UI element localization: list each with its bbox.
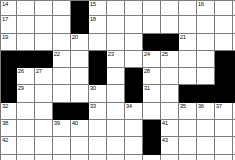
cell-r4c3-black xyxy=(35,51,53,68)
cell-r6c1-black xyxy=(1,85,17,102)
cell-r8c11[interactable] xyxy=(179,120,197,137)
cell-r1c5-black xyxy=(71,1,89,16)
cell-r7c12[interactable]: 36 xyxy=(197,103,215,120)
cell-r2c12[interactable] xyxy=(197,16,215,33)
cell-r8c5[interactable]: 40 xyxy=(71,120,89,137)
cell-r4c14-black xyxy=(233,51,235,68)
clue-number: 39 xyxy=(54,120,60,126)
clue-number: 43 xyxy=(162,137,168,143)
cell-r8c3[interactable] xyxy=(35,120,53,137)
cell-r1c2[interactable] xyxy=(17,1,35,16)
cell-r10c5[interactable] xyxy=(71,155,89,160)
clue-number: 15 xyxy=(90,1,96,7)
cell-r10c13[interactable] xyxy=(215,155,233,160)
cell-r7c10[interactable] xyxy=(161,103,179,120)
cell-r7c14[interactable] xyxy=(233,103,235,120)
cell-r8c14[interactable] xyxy=(233,120,235,137)
cell-r4c10[interactable]: 25 xyxy=(161,51,179,68)
clue-number: 38 xyxy=(2,120,8,126)
cell-r2c2[interactable] xyxy=(17,16,35,33)
cell-r7c3[interactable] xyxy=(35,103,53,120)
cell-r8c1[interactable]: 38 xyxy=(1,120,17,137)
cell-r9c3[interactable] xyxy=(35,137,53,154)
cell-r2c4[interactable] xyxy=(53,16,71,33)
cell-r2c11[interactable] xyxy=(179,16,197,33)
cell-r9c10[interactable]: 43 xyxy=(161,137,179,154)
cell-r1c4[interactable] xyxy=(53,1,71,16)
cell-r2c5-black xyxy=(71,16,89,33)
cell-r5c14-black xyxy=(233,68,235,85)
cell-r1c1[interactable]: 14 xyxy=(1,1,17,16)
cell-r10c2[interactable] xyxy=(17,155,35,160)
cell-r7c1[interactable]: 32 xyxy=(1,103,17,120)
cell-r5c2[interactable]: 26 xyxy=(17,68,35,85)
clue-number: 27 xyxy=(36,68,42,74)
cell-r7c13[interactable]: 37 xyxy=(215,103,233,120)
cell-r3c12[interactable] xyxy=(197,34,215,51)
clue-number: 28 xyxy=(144,68,150,74)
cell-r7c11[interactable]: 35 xyxy=(179,103,197,120)
cell-r3c1[interactable]: 19 xyxy=(1,34,17,51)
cell-r1c10[interactable] xyxy=(161,1,179,16)
clue-number: 23 xyxy=(108,51,114,57)
cell-r6c9[interactable]: 31 xyxy=(143,85,161,102)
cell-r4c7[interactable]: 23 xyxy=(107,51,125,68)
cell-r1c14[interactable] xyxy=(233,1,235,16)
cell-r3c13[interactable] xyxy=(215,34,233,51)
cell-r2c14[interactable] xyxy=(233,16,235,33)
cell-r8c10[interactable]: 41 xyxy=(161,120,179,137)
cell-r1c6[interactable]: 15 xyxy=(89,1,107,16)
clue-number: 14 xyxy=(2,1,8,7)
cell-r3c14[interactable] xyxy=(233,34,235,51)
cell-r9c1[interactable]: 42 xyxy=(1,137,17,154)
cell-r6c5[interactable] xyxy=(71,85,89,102)
cell-r6c4[interactable] xyxy=(53,85,71,102)
cell-r9c6[interactable] xyxy=(89,137,107,154)
cell-r2c8[interactable] xyxy=(125,16,143,33)
cell-r9c4[interactable] xyxy=(53,137,71,154)
cell-r10c9[interactable] xyxy=(143,155,161,160)
cell-r10c6[interactable] xyxy=(89,155,107,160)
clue-number: 33 xyxy=(90,103,96,109)
cell-r10c11[interactable] xyxy=(179,155,197,160)
cell-r6c7[interactable] xyxy=(107,85,125,102)
cell-r3c4[interactable] xyxy=(53,34,71,51)
cell-r4c1-black xyxy=(1,51,17,68)
cell-r10c4[interactable] xyxy=(53,155,71,160)
cell-r6c13-black xyxy=(215,85,233,102)
cell-r7c5-black xyxy=(71,103,89,120)
cell-r8c13[interactable] xyxy=(215,120,233,137)
clue-number: 18 xyxy=(90,16,96,22)
cell-r5c10[interactable] xyxy=(161,68,179,85)
cell-r4c2-black xyxy=(17,51,35,68)
clue-number: 24 xyxy=(144,51,150,57)
cell-r9c11[interactable] xyxy=(179,137,197,154)
cell-r4c12[interactable] xyxy=(197,51,215,68)
clue-number: 42 xyxy=(2,137,8,143)
clue-number: 32 xyxy=(2,103,8,109)
clue-number: 21 xyxy=(180,34,186,40)
cell-r4c13-black xyxy=(215,51,233,68)
clue-number: 16 xyxy=(198,1,204,7)
cell-r8c4[interactable]: 39 xyxy=(53,120,71,137)
cell-r9c7[interactable] xyxy=(107,137,125,154)
cell-r6c10[interactable] xyxy=(161,85,179,102)
cell-r9c5[interactable] xyxy=(71,137,89,154)
cell-r10c8[interactable] xyxy=(125,155,143,160)
cell-r2c6[interactable]: 18 xyxy=(89,16,107,33)
cell-r3c2[interactable] xyxy=(17,34,35,51)
cell-r4c6-black xyxy=(89,51,107,68)
cell-r8c12[interactable] xyxy=(197,120,215,137)
cell-r1c7[interactable] xyxy=(107,1,125,16)
clue-number: 40 xyxy=(72,120,78,126)
clue-number: 41 xyxy=(162,120,168,126)
cell-r5c3[interactable]: 27 xyxy=(35,68,53,85)
cell-r1c12[interactable]: 16 xyxy=(197,1,215,16)
cell-r5c5[interactable] xyxy=(71,68,89,85)
cell-r5c1-black xyxy=(1,68,17,85)
cell-r9c2[interactable] xyxy=(17,137,35,154)
cell-r8c2[interactable] xyxy=(17,120,35,137)
cell-r1c9[interactable] xyxy=(143,1,161,16)
cell-r8c8[interactable] xyxy=(125,120,143,137)
cell-r9c8[interactable] xyxy=(125,137,143,154)
cell-r2c9[interactable] xyxy=(143,16,161,33)
cell-r8c9-black xyxy=(143,120,161,137)
cell-r3c9-black xyxy=(143,34,161,51)
cell-r2c7[interactable] xyxy=(107,16,125,33)
cell-r4c8[interactable] xyxy=(125,51,143,68)
cell-r1c3[interactable] xyxy=(35,1,53,16)
cell-r9c14[interactable] xyxy=(233,137,235,154)
cell-r5c12[interactable] xyxy=(197,68,215,85)
cell-r6c8-black xyxy=(125,85,143,102)
cell-r10c1[interactable] xyxy=(1,155,17,160)
cell-r5c8-black xyxy=(125,68,143,85)
cell-r9c12[interactable] xyxy=(197,137,215,154)
cell-r9c13[interactable] xyxy=(215,137,233,154)
cell-r2c1[interactable]: 17 xyxy=(1,16,17,33)
cell-r3c8[interactable] xyxy=(125,34,143,51)
cell-r7c6[interactable]: 33 xyxy=(89,103,107,120)
cell-r3c7[interactable] xyxy=(107,34,125,51)
cell-r2c10[interactable] xyxy=(161,16,179,33)
cell-r7c2[interactable] xyxy=(17,103,35,120)
cell-r2c13[interactable] xyxy=(215,16,233,33)
cell-r3c10-black xyxy=(161,34,179,51)
cell-r7c9[interactable] xyxy=(143,103,161,120)
clue-number: 35 xyxy=(180,103,186,109)
clue-number: 36 xyxy=(198,103,204,109)
cell-r6c12-black xyxy=(197,85,215,102)
cell-r5c6-black xyxy=(89,68,107,85)
cell-r10c10[interactable] xyxy=(161,155,179,160)
cell-r6c6[interactable]: 30 xyxy=(89,85,107,102)
cell-r6c14-black xyxy=(233,85,235,102)
clue-number: 26 xyxy=(18,68,24,74)
clue-number: 19 xyxy=(2,34,8,40)
cell-r8c7[interactable] xyxy=(107,120,125,137)
cell-r1c11[interactable] xyxy=(179,1,197,16)
cell-r2c3[interactable] xyxy=(35,16,53,33)
cell-r6c2[interactable]: 29 xyxy=(17,85,35,102)
cell-r10c14[interactable] xyxy=(233,155,235,160)
cell-r7c4-black xyxy=(53,103,71,120)
clue-number: 37 xyxy=(216,103,222,109)
clue-number: 17 xyxy=(2,16,8,22)
cell-r3c5[interactable]: 20 xyxy=(71,34,89,51)
cell-r5c13-black xyxy=(215,68,233,85)
cell-r4c5[interactable] xyxy=(71,51,89,68)
clue-number: 25 xyxy=(162,51,168,57)
clue-number: 34 xyxy=(126,103,132,109)
clue-number: 29 xyxy=(18,85,24,91)
cell-r10c3[interactable] xyxy=(35,155,53,160)
cell-r3c11[interactable]: 21 xyxy=(179,34,197,51)
cell-r3c3[interactable] xyxy=(35,34,53,51)
cell-r5c7[interactable] xyxy=(107,68,125,85)
cell-r5c4[interactable] xyxy=(53,68,71,85)
cell-r6c3[interactable] xyxy=(35,85,53,102)
cell-r8c6[interactable] xyxy=(89,120,107,137)
cell-r5c11[interactable] xyxy=(179,68,197,85)
cell-r4c11[interactable] xyxy=(179,51,197,68)
cell-r4c9[interactable]: 24 xyxy=(143,51,161,68)
cell-r6c11-black xyxy=(179,85,197,102)
cell-r9c9-black xyxy=(143,137,161,154)
cell-r4c4[interactable]: 22 xyxy=(53,51,71,68)
cell-r10c12[interactable] xyxy=(197,155,215,160)
clue-number: 20 xyxy=(72,34,78,40)
clue-number: 22 xyxy=(54,51,60,57)
crossword-grid: 1415161718192021222324252627282930313233… xyxy=(0,0,235,160)
cell-r1c8[interactable] xyxy=(125,1,143,16)
cell-r3c6[interactable] xyxy=(89,34,107,51)
clue-number: 31 xyxy=(144,85,150,91)
cell-r10c7[interactable] xyxy=(107,155,125,160)
cell-r7c7[interactable] xyxy=(107,103,125,120)
cell-r5c9[interactable]: 28 xyxy=(143,68,161,85)
cell-r7c8[interactable]: 34 xyxy=(125,103,143,120)
cell-r1c13[interactable] xyxy=(215,1,233,16)
clue-number: 30 xyxy=(90,85,96,91)
